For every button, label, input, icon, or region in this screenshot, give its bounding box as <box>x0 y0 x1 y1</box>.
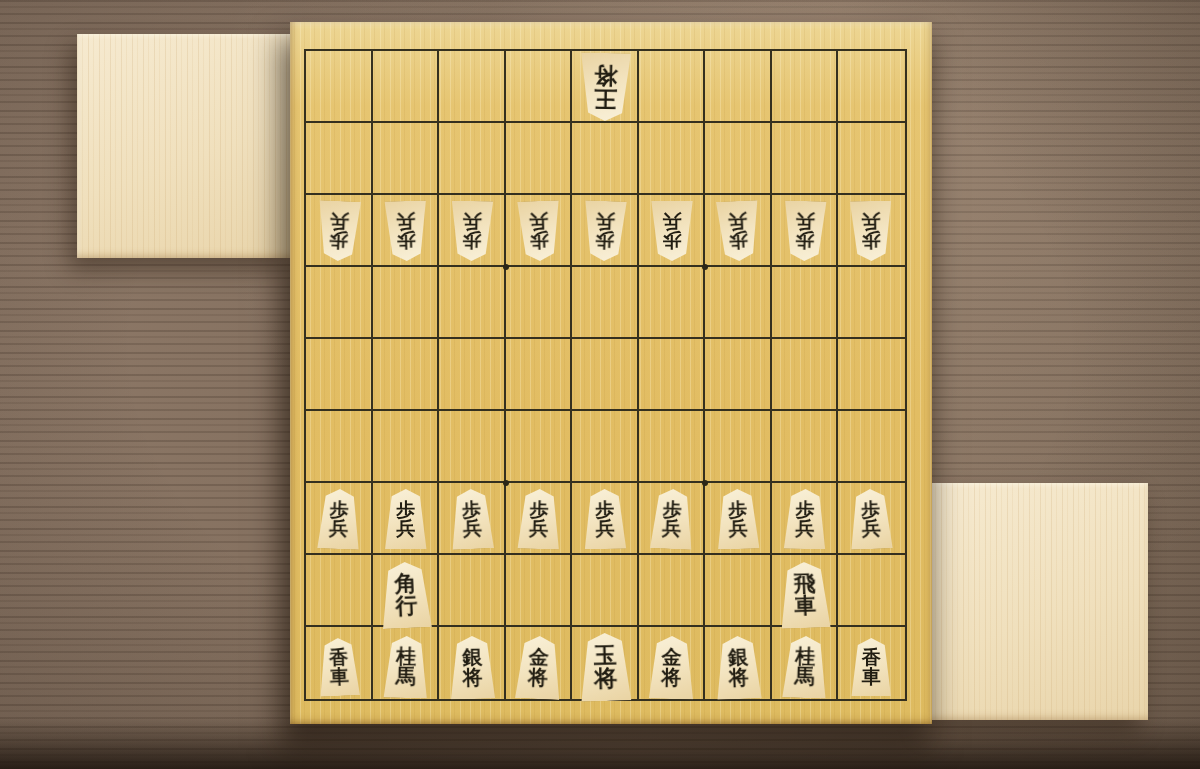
board-cast-shadow <box>0 718 1200 769</box>
cell-1d[interactable] <box>838 267 905 339</box>
piece-kanji: 将 <box>728 667 749 687</box>
piece-kanji: 歩 <box>662 231 681 250</box>
cell-3f[interactable] <box>705 411 772 483</box>
cell-2f[interactable] <box>772 411 839 483</box>
piece-kanji: 兵 <box>329 519 349 538</box>
piece-kanji: 兵 <box>529 519 548 538</box>
cell-1h[interactable] <box>838 555 905 627</box>
cell-9d[interactable] <box>306 267 373 339</box>
piece-kanji: 行 <box>395 595 418 617</box>
piece-kanji: 兵 <box>662 212 681 231</box>
cell-4f[interactable] <box>639 411 706 483</box>
star-point <box>503 264 509 270</box>
cell-7b[interactable] <box>439 123 506 195</box>
cell-6b[interactable] <box>506 123 573 195</box>
piece-kanji: 馬 <box>395 667 416 687</box>
cell-5e[interactable] <box>572 339 639 411</box>
shogi-board: 王将歩兵歩兵歩兵歩兵歩兵歩兵歩兵歩兵歩兵歩兵歩兵歩兵歩兵歩兵歩兵歩兵歩兵歩兵角行… <box>290 22 932 724</box>
piece-kanji: 将 <box>594 667 618 690</box>
cell-7d[interactable] <box>439 267 506 339</box>
piece-kanji: 兵 <box>862 519 882 538</box>
piece-kanji: 将 <box>594 64 617 87</box>
cell-9a[interactable] <box>306 51 373 123</box>
cell-8a[interactable] <box>373 51 440 123</box>
cell-7e[interactable] <box>439 339 506 411</box>
piece-kanji: 車 <box>794 595 817 617</box>
cell-5h[interactable] <box>572 555 639 627</box>
piece-kanji: 王 <box>593 87 616 110</box>
cell-4e[interactable] <box>639 339 706 411</box>
cell-5f[interactable] <box>572 411 639 483</box>
piece-kanji: 将 <box>528 667 549 687</box>
piece-kanji: 車 <box>862 667 881 686</box>
piece-kanji: 兵 <box>795 519 814 538</box>
cell-3d[interactable] <box>705 267 772 339</box>
cell-2b[interactable] <box>772 123 839 195</box>
cell-8d[interactable] <box>373 267 440 339</box>
cell-8e[interactable] <box>373 339 440 411</box>
piece-kanji: 馬 <box>794 667 815 687</box>
piece-kanji: 兵 <box>728 212 748 231</box>
star-point <box>702 264 708 270</box>
piece-kanji: 兵 <box>596 519 615 538</box>
piece-kanji: 歩 <box>595 231 615 250</box>
cell-7f[interactable] <box>439 411 506 483</box>
komadai-top-left <box>77 34 292 258</box>
cell-9h[interactable] <box>306 555 373 627</box>
piece-kanji: 兵 <box>729 519 748 538</box>
piece-kanji: 将 <box>661 667 681 687</box>
cell-8f[interactable] <box>373 411 440 483</box>
cell-6d[interactable] <box>506 267 573 339</box>
piece-kanji: 歩 <box>462 231 481 250</box>
star-point <box>503 480 509 486</box>
cell-7h[interactable] <box>439 555 506 627</box>
cell-2d[interactable] <box>772 267 839 339</box>
piece-kanji: 兵 <box>661 519 681 538</box>
cell-6h[interactable] <box>506 555 573 627</box>
piece-kanji: 歩 <box>329 231 349 250</box>
cell-1a[interactable] <box>838 51 905 123</box>
piece-kanji: 歩 <box>529 231 549 250</box>
piece-kanji: 兵 <box>795 212 814 231</box>
cell-1f[interactable] <box>838 411 905 483</box>
cell-6a[interactable] <box>506 51 573 123</box>
star-point <box>702 480 708 486</box>
cell-1e[interactable] <box>838 339 905 411</box>
piece-kanji: 将 <box>462 667 482 687</box>
cell-2e[interactable] <box>772 339 839 411</box>
cell-3h[interactable] <box>705 555 772 627</box>
cell-4b[interactable] <box>639 123 706 195</box>
cell-3e[interactable] <box>705 339 772 411</box>
cell-5d[interactable] <box>572 267 639 339</box>
cell-7a[interactable] <box>439 51 506 123</box>
cell-5b[interactable] <box>572 123 639 195</box>
cell-8b[interactable] <box>373 123 440 195</box>
cell-3a[interactable] <box>705 51 772 123</box>
piece-kanji: 車 <box>330 667 350 686</box>
cell-2a[interactable] <box>772 51 839 123</box>
cell-9e[interactable] <box>306 339 373 411</box>
piece-kanji: 歩 <box>396 231 415 250</box>
piece-kanji: 兵 <box>463 519 483 538</box>
cell-6e[interactable] <box>506 339 573 411</box>
piece-kanji: 兵 <box>529 212 549 231</box>
piece-kanji: 兵 <box>396 212 415 231</box>
cell-9f[interactable] <box>306 411 373 483</box>
piece-kanji: 兵 <box>330 212 350 231</box>
piece-kanji: 兵 <box>861 212 880 231</box>
piece-kanji: 兵 <box>396 519 415 538</box>
komadai-bottom-right <box>930 483 1148 720</box>
cell-1b[interactable] <box>838 123 905 195</box>
piece-kanji: 歩 <box>795 231 814 250</box>
cell-4a[interactable] <box>639 51 706 123</box>
cell-9b[interactable] <box>306 123 373 195</box>
piece-kanji: 歩 <box>729 231 749 250</box>
cell-4d[interactable] <box>639 267 706 339</box>
cell-3b[interactable] <box>705 123 772 195</box>
piece-kanji: 兵 <box>463 212 482 231</box>
cell-4h[interactable] <box>639 555 706 627</box>
piece-kanji: 兵 <box>596 212 616 231</box>
cell-6f[interactable] <box>506 411 573 483</box>
piece-kanji: 歩 <box>862 231 881 250</box>
